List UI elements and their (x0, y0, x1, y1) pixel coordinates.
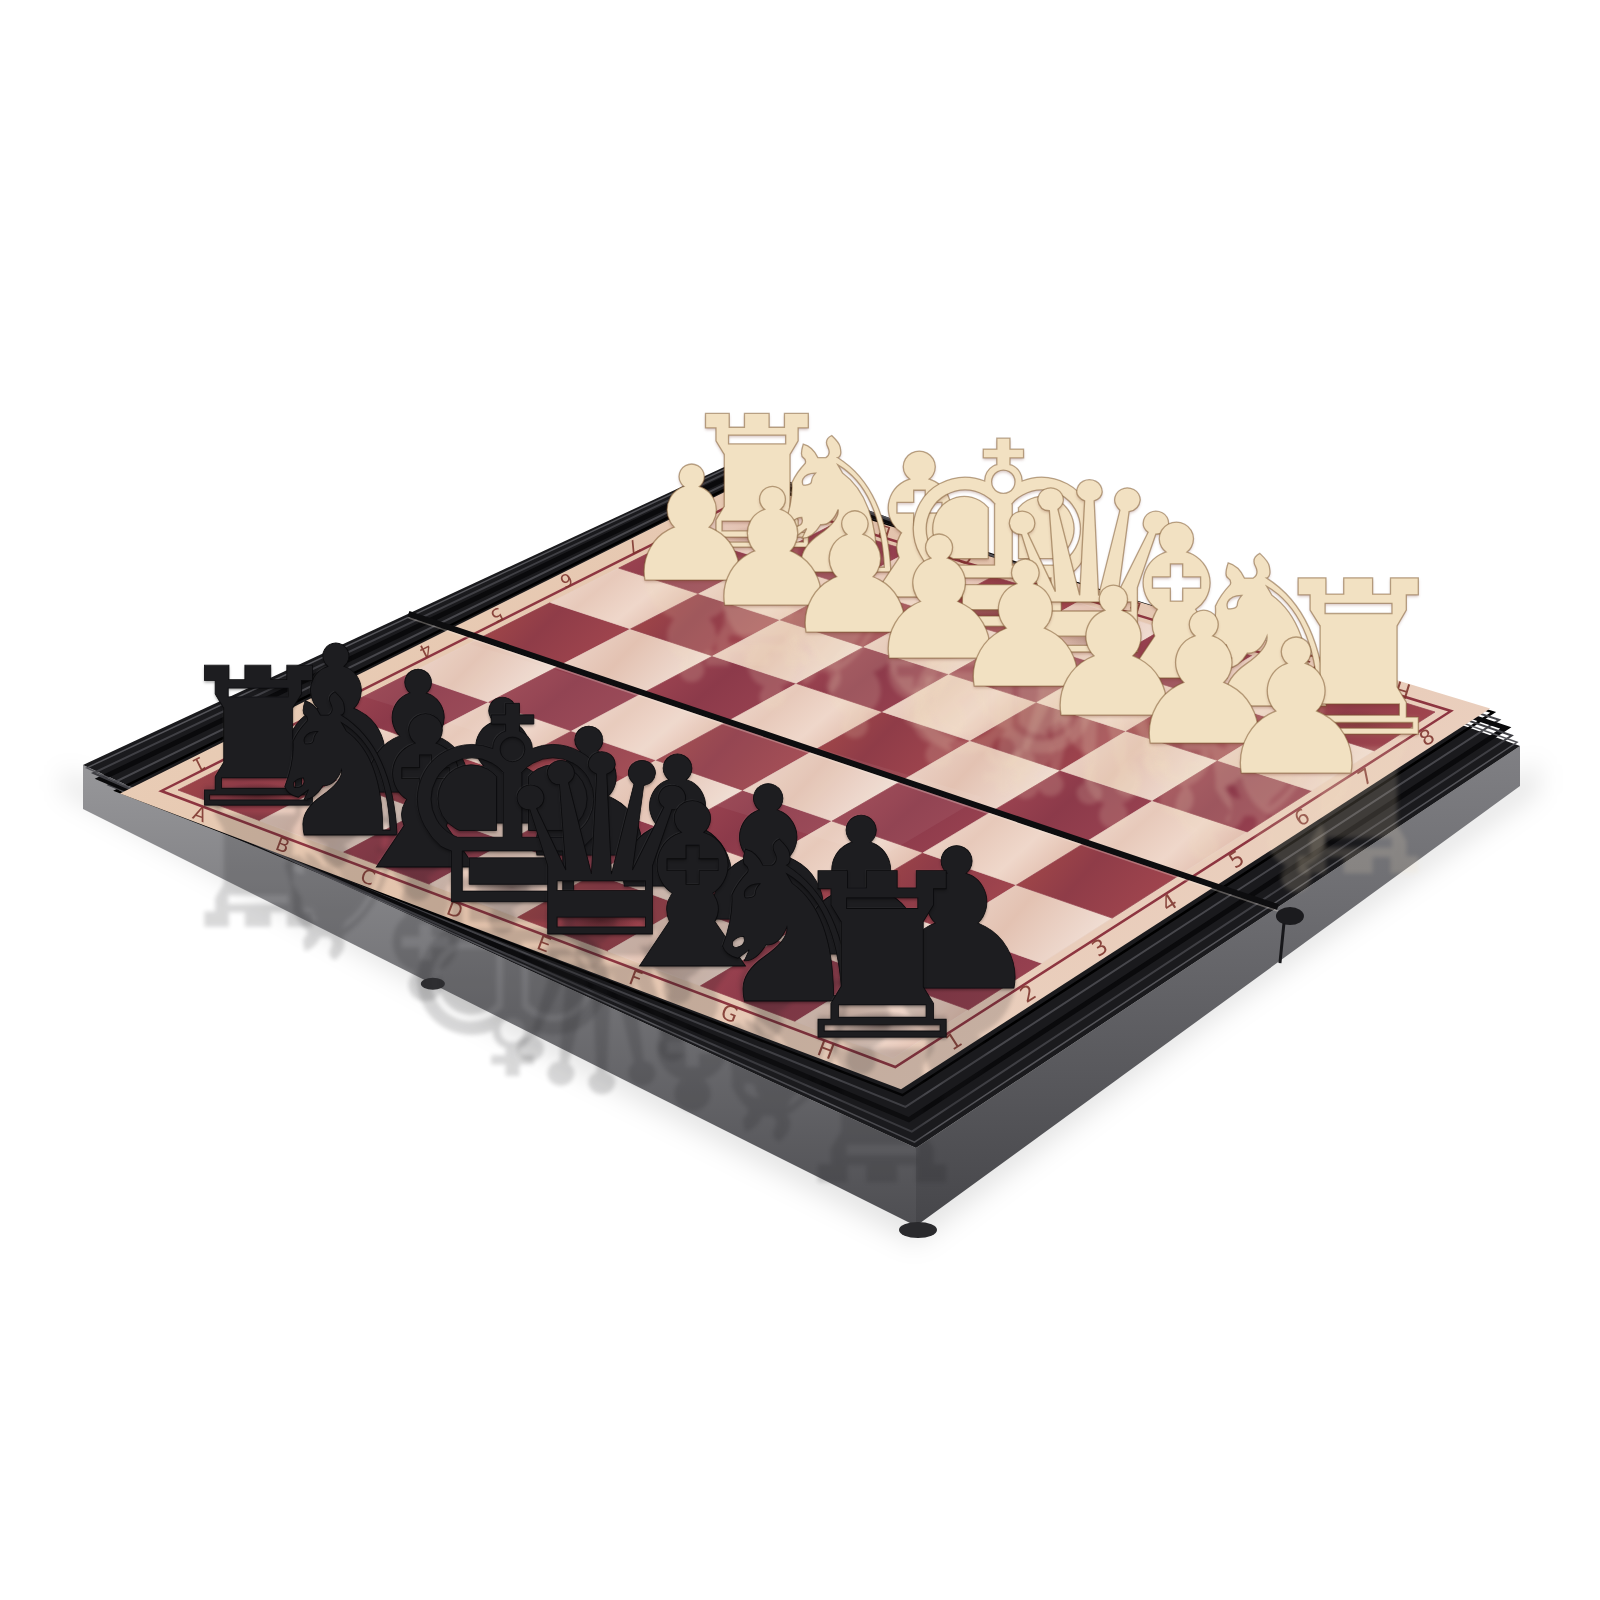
piece-shadow (1304, 706, 1413, 741)
piece-reflection: ♛ (983, 595, 1195, 831)
piece-black-pawn-f2: ♟ (685, 763, 851, 948)
piece-shadow (1213, 678, 1319, 712)
piece-white-king-d8: ♚ (888, 410, 1119, 667)
piece-black-pawn-g2: ♟ (776, 793, 947, 983)
piece-shadow (824, 1006, 940, 1043)
piece-white-pawn-c7: ♟ (780, 492, 929, 658)
piece-shadow (452, 797, 554, 830)
piece-reflection: ♞ (1173, 655, 1360, 864)
piece-reflection: ♚ (888, 564, 1119, 821)
piece-reflection: ♜ (1262, 683, 1454, 897)
piece-reflection: ♟ (1034, 671, 1193, 849)
piece-black-pawn-c2: ♟ (425, 678, 580, 850)
piece-reflection: ♟ (863, 617, 1015, 787)
piece-white-bishop-f8: ♝ (1081, 498, 1272, 712)
piece-white-rook-a8: ♜ (675, 393, 839, 576)
piece-white-pawn-e7: ♟ (947, 540, 1103, 714)
piece-shadow (645, 556, 739, 586)
piece-shadow (210, 778, 308, 809)
piece-reflection: ♟ (510, 812, 668, 989)
piece-reflection: ♞ (253, 787, 429, 983)
piece-black-rook-h1: ♜ (780, 844, 984, 1072)
piece-shadow (711, 522, 804, 552)
piece-shadow (537, 828, 641, 861)
piece-shadow (790, 547, 885, 578)
piece-shadow (1150, 716, 1257, 750)
piece-white-pawn-h7: ♟ (1213, 616, 1380, 802)
piece-white-queen-e8: ♛ (983, 453, 1195, 689)
piece-reflection: ♟ (780, 591, 929, 757)
piece-shadow (1061, 688, 1166, 722)
piece-shadow (548, 903, 656, 938)
piece-reflection: ♟ (621, 541, 764, 700)
piece-shadow (287, 738, 384, 769)
piece-reflection: ♜ (172, 757, 344, 949)
piece-reflection: ♝ (1081, 626, 1272, 840)
piece-reflection: ♞ (687, 946, 886, 1168)
piece-shadow (974, 660, 1076, 693)
piece-black-pawn-a2: ♟ (262, 624, 409, 788)
piece-reflection: ♟ (685, 874, 851, 1059)
piece-black-bishop-f1: ♝ (591, 775, 794, 1001)
piece-shadow (714, 892, 823, 927)
piece-shadow (291, 808, 391, 840)
piece-reflection: ♟ (700, 566, 846, 728)
piece-reflection: ♚ (391, 835, 635, 1107)
piece-reflection: ♟ (947, 644, 1103, 818)
piece-shadow (889, 633, 989, 665)
piece-reflection: ♟ (869, 940, 1044, 1135)
piece-white-pawn-a7: ♟ (621, 446, 764, 605)
piece-reflection: ♜ (675, 503, 839, 686)
piece-shadow (954, 597, 1053, 629)
piece-reflection: ♟ (1213, 727, 1380, 913)
piece-white-pawn-b7: ♟ (700, 468, 846, 630)
piece-black-knight-b1: ♞ (253, 669, 429, 865)
piece-reflection: ♝ (331, 815, 519, 1025)
piece-black-knight-g1: ♞ (687, 813, 886, 1035)
piece-reflection: ♝ (591, 911, 794, 1137)
piece-shadow (1125, 650, 1229, 683)
piece-black-pawn-h2: ♟ (869, 823, 1044, 1018)
piece-white-pawn-f7: ♟ (1034, 564, 1193, 742)
piece-white-knight-b8: ♞ (754, 415, 921, 602)
piece-reflection: ♟ (596, 843, 758, 1024)
piece-white-pawn-g7: ♟ (1122, 590, 1285, 772)
piece-shadow (637, 937, 747, 972)
piece-shadow (460, 871, 565, 905)
piece-reflection: ♝ (830, 550, 1009, 750)
piece-black-pawn-d2: ♟ (510, 706, 668, 883)
piece-reflection: ♞ (754, 527, 921, 714)
piece-black-queen-e1: ♛ (490, 723, 714, 973)
piece-white-rook-h8: ♜ (1262, 554, 1454, 768)
piece-shadow (730, 971, 843, 1007)
piece-reflection: ♟ (776, 907, 947, 1097)
piece-black-king-d1: ♚ (391, 672, 635, 944)
chess-set-photo: Folding magnetic travel chess set, overh… (0, 0, 1600, 1600)
piece-reflection: ♜ (780, 981, 984, 1209)
piece-shadow (871, 572, 968, 603)
pieces-layer: ♜♜♞♞♝♝♚♚♛♛♝♝♞♞♜♜♟♟♟♟♟♟♟♟♟♟♟♟♟♟♟♟♜♜♞♞♝♝♚♚… (0, 0, 1600, 1600)
piece-shadow (1038, 624, 1140, 657)
piece-reflection: ♟ (425, 781, 580, 953)
piece-white-pawn-d7: ♟ (863, 515, 1015, 685)
piece-shadow (1241, 745, 1351, 780)
piece-black-pawn-b2: ♟ (343, 651, 494, 819)
piece-shadow (899, 959, 1014, 996)
piece-shadow (369, 767, 468, 799)
piece-reflection: ♛ (490, 873, 714, 1123)
piece-shadow (375, 839, 477, 872)
piece-white-bishop-c8: ♝ (830, 430, 1009, 630)
piece-reflection: ♟ (343, 752, 494, 920)
piece-reflection: ♟ (1122, 699, 1285, 881)
piece-shadow (806, 607, 904, 638)
piece-black-pawn-e2: ♟ (596, 734, 758, 915)
piece-black-rook-a1: ♜ (172, 642, 344, 834)
piece-reflection: ♟ (262, 723, 409, 887)
piece-shadow (624, 860, 731, 894)
piece-shadow (725, 581, 821, 612)
piece-black-bishop-c1: ♝ (331, 689, 519, 899)
piece-shadow (805, 925, 917, 961)
piece-white-knight-g8: ♞ (1173, 530, 1360, 739)
